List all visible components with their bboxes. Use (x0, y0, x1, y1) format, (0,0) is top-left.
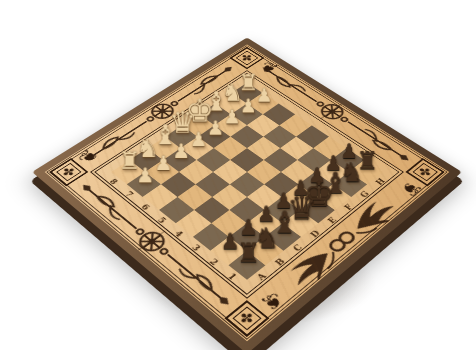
white-pawn-a7[interactable]: ♟ (129, 165, 161, 185)
rosette-icon: ✤ (59, 165, 78, 179)
photo-backdrop: ✤ ✤ ✤ ✤ ❦ ❦ ❦ ❦ (0, 0, 476, 350)
rosette-icon: ✤ (238, 52, 255, 63)
black-rook-a1[interactable]: ♜ (231, 240, 266, 266)
